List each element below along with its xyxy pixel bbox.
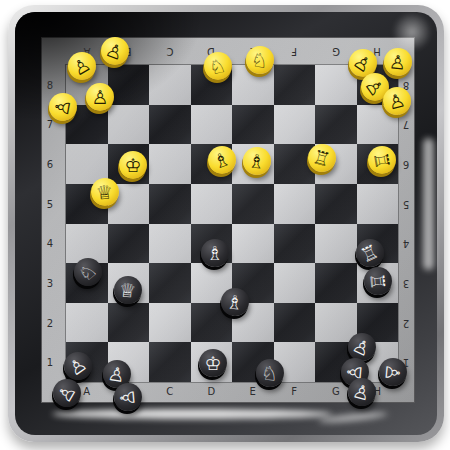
rank-label-right-7: 7 — [403, 119, 409, 130]
yellow-bishop-glyph: ♗ — [248, 151, 267, 171]
file-label-bottom-A: A — [83, 386, 90, 397]
piece-yellow-bishop[interactable]: ♗ — [243, 147, 271, 175]
piece-yellow-pawn[interactable]: ♙ — [49, 93, 77, 121]
black-pawn-glyph: ♙ — [351, 381, 372, 404]
yellow-pawn-glyph: ♙ — [386, 90, 407, 113]
file-label-bottom-E: E — [250, 386, 256, 397]
square-f8[interactable] — [274, 65, 316, 105]
file-label-bottom-G: G — [332, 386, 340, 397]
piece-black-rook[interactable]: ♖ — [356, 239, 384, 267]
yellow-pawn-glyph: ♙ — [91, 88, 108, 107]
square-c3[interactable] — [149, 263, 191, 303]
rank-label-right-2: 2 — [403, 317, 409, 328]
black-queen-glyph: ♕ — [119, 280, 138, 300]
yellow-rook-glyph: ♖ — [311, 147, 332, 170]
black-pawn-glyph: ♙ — [66, 353, 91, 378]
piece-black-bishop[interactable]: ♗ — [201, 239, 229, 267]
yellow-rook-glyph: ♖ — [371, 150, 393, 170]
piece-black-pawn[interactable]: ♙ — [348, 333, 376, 361]
yellow-bishop-glyph: ♗ — [211, 148, 234, 172]
piece-yellow-knight[interactable]: ♘ — [246, 46, 274, 74]
rank-label-right-6: 6 — [403, 159, 409, 170]
piece-yellow-rook[interactable]: ♖ — [308, 144, 336, 172]
piece-yellow-pawn[interactable]: ♙ — [86, 83, 114, 111]
black-bishop-glyph: ♗ — [226, 292, 245, 312]
piece-yellow-bishop[interactable]: ♗ — [208, 146, 236, 174]
black-king-glyph: ♔ — [204, 354, 221, 373]
yellow-pawn-glyph: ♙ — [104, 39, 127, 63]
square-f2[interactable] — [274, 303, 316, 343]
yellow-pawn-glyph: ♙ — [351, 50, 376, 75]
square-b4[interactable] — [108, 224, 150, 264]
black-pawn-glyph: ♙ — [118, 388, 138, 407]
black-rook-glyph: ♖ — [368, 272, 388, 291]
square-d5[interactable] — [191, 184, 233, 224]
glare-streak-bottom — [52, 409, 332, 419]
square-e7[interactable] — [232, 105, 274, 145]
square-g3[interactable] — [315, 263, 357, 303]
file-label-top-F: F — [291, 46, 297, 57]
square-g7[interactable] — [315, 105, 357, 145]
piece-yellow-rook[interactable]: ♖ — [368, 146, 396, 174]
piece-black-queen[interactable]: ♕ — [114, 276, 142, 304]
piece-yellow-pawn[interactable]: ♙ — [384, 48, 412, 76]
file-label-bottom-C: C — [166, 386, 173, 397]
piece-black-pawn[interactable]: ♙ — [114, 383, 142, 411]
black-pawn-glyph: ♙ — [350, 335, 373, 359]
square-h5[interactable] — [357, 184, 399, 224]
piece-black-pawn[interactable]: ♙ — [64, 352, 92, 380]
rank-label-right-3: 3 — [403, 277, 409, 288]
file-label-top-G: G — [332, 46, 340, 57]
rank-label-left-1: 1 — [47, 357, 53, 368]
piece-black-knight[interactable]: ♘ — [256, 359, 284, 387]
rank-label-left-6: 6 — [47, 159, 53, 170]
piece-black-rook[interactable]: ♖ — [364, 267, 392, 295]
square-g8[interactable] — [315, 65, 357, 105]
piece-black-bishop[interactable]: ♗ — [221, 288, 249, 316]
black-pawn-glyph: ♙ — [107, 363, 127, 385]
piece-yellow-queen[interactable]: ♕ — [91, 178, 119, 206]
square-c5[interactable] — [149, 184, 191, 224]
yellow-queen-glyph: ♕ — [96, 182, 115, 202]
square-e5[interactable] — [232, 184, 274, 224]
square-b2[interactable] — [108, 303, 150, 343]
square-f4[interactable] — [274, 224, 316, 264]
yellow-knight-glyph: ♘ — [250, 49, 270, 70]
glare-streak-right — [423, 138, 434, 270]
yellow-pawn-glyph: ♙ — [70, 54, 94, 79]
piece-yellow-pawn[interactable]: ♙ — [101, 37, 129, 65]
black-knight-glyph: ♘ — [261, 363, 280, 383]
black-rook-glyph: ♖ — [358, 241, 381, 265]
rank-label-right-4: 4 — [403, 238, 409, 249]
yellow-pawn-glyph: ♙ — [52, 97, 74, 117]
square-a2[interactable] — [66, 303, 108, 343]
square-c4[interactable] — [149, 224, 191, 264]
piece-black-knight[interactable]: ♘ — [74, 258, 102, 286]
file-label-bottom-F: F — [291, 386, 297, 397]
piece-black-pawn[interactable]: ♙ — [348, 378, 376, 406]
square-c2[interactable] — [149, 303, 191, 343]
glare-top-right — [392, 12, 432, 52]
piece-black-pawn[interactable]: ♙ — [53, 379, 81, 407]
rank-label-left-3: 3 — [47, 277, 53, 288]
piece-yellow-knight[interactable]: ♘ — [204, 52, 232, 80]
photo-background: ABCDEFGHABCDEFGH8765432187654321 ♙♙♘♘♙♙♙… — [0, 0, 450, 450]
rank-label-left-5: 5 — [47, 198, 53, 209]
piece-black-king[interactable]: ♔ — [199, 349, 227, 377]
file-label-top-C: C — [166, 46, 173, 57]
rank-label-left-8: 8 — [47, 79, 53, 90]
black-bishop-glyph: ♗ — [206, 244, 223, 263]
rank-label-left-7: 7 — [47, 119, 53, 130]
yellow-pawn-glyph: ♙ — [389, 52, 408, 72]
square-e4[interactable] — [232, 224, 274, 264]
piece-yellow-pawn[interactable]: ♙ — [383, 87, 411, 115]
square-f7[interactable] — [274, 105, 316, 145]
piece-black-pawn[interactable]: ♙ — [379, 358, 407, 386]
black-knight-glyph: ♘ — [75, 259, 100, 285]
piece-yellow-king[interactable]: ♔ — [119, 151, 147, 179]
black-pawn-glyph: ♙ — [383, 363, 403, 382]
square-f5[interactable] — [274, 184, 316, 224]
square-g4[interactable] — [315, 224, 357, 264]
rank-label-left-4: 4 — [47, 238, 53, 249]
file-label-bottom-D: D — [207, 386, 215, 397]
yellow-knight-glyph: ♘ — [208, 55, 228, 77]
square-g5[interactable] — [315, 184, 357, 224]
rank-label-right-5: 5 — [403, 198, 409, 209]
square-c1[interactable] — [149, 342, 191, 382]
square-g2[interactable] — [315, 303, 357, 343]
yellow-king-glyph: ♔ — [124, 156, 141, 175]
rank-label-left-2: 2 — [47, 317, 53, 328]
black-pawn-glyph: ♙ — [55, 381, 80, 405]
square-c6[interactable] — [149, 144, 191, 184]
piece-yellow-pawn[interactable]: ♙ — [68, 52, 96, 80]
square-f3[interactable] — [274, 263, 316, 303]
